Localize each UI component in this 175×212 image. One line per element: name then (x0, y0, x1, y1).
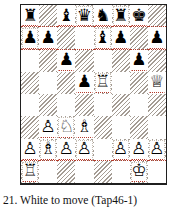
square-c3: ♘ (57, 116, 75, 138)
piece-tile: ♙ (58, 140, 74, 160)
piece-tile: ♙ (113, 140, 129, 160)
square-d4 (75, 94, 93, 116)
piece-tile: ♖ (22, 162, 38, 182)
square-f6 (112, 50, 130, 72)
piece-black-pawn: ♟ (77, 73, 92, 90)
square-h6 (148, 50, 166, 72)
square-a6 (21, 50, 39, 72)
square-e3 (94, 116, 112, 138)
square-c7 (57, 27, 75, 49)
piece-tile: ♟ (76, 73, 92, 93)
square-b4 (39, 94, 57, 116)
square-g5 (130, 72, 148, 94)
square-b7: ♟ (39, 27, 57, 49)
piece-tile: ♗ (40, 140, 56, 160)
piece-white-rook: ♖ (22, 162, 37, 179)
square-g2: ♙ (130, 139, 148, 161)
piece-tile: ♕ (149, 73, 165, 93)
square-g4 (130, 94, 148, 116)
piece-tile: ♗ (76, 117, 92, 137)
square-e2 (94, 139, 112, 161)
piece-black-pawn: ♟ (22, 29, 37, 46)
square-d8: ♛ (75, 5, 93, 27)
square-c2: ♙ (57, 139, 75, 161)
square-b8 (39, 5, 57, 27)
square-f5 (112, 72, 130, 94)
square-a7: ♟ (21, 27, 39, 49)
piece-white-pawn: ♙ (77, 140, 92, 157)
square-h2: ♙ (148, 139, 166, 161)
piece-white-queen: ♕ (149, 73, 164, 90)
piece-tile: ♟ (58, 51, 74, 71)
piece-tile: ♟ (131, 51, 147, 71)
square-h1 (148, 161, 166, 183)
square-f8: ♜ (112, 5, 130, 27)
square-b3: ♙ (39, 116, 57, 138)
square-c5 (57, 72, 75, 94)
piece-tile: ♙ (149, 140, 165, 160)
square-e8: ♞ (94, 5, 112, 27)
piece-black-king: ♚ (131, 7, 146, 24)
square-e6 (94, 50, 112, 72)
piece-tile: ♙ (76, 140, 92, 160)
piece-black-pawn: ♟ (41, 29, 56, 46)
square-f1 (112, 161, 130, 183)
piece-tile: ♟ (149, 28, 165, 48)
piece-tile: ♜ (113, 6, 129, 26)
square-f4 (112, 94, 130, 116)
square-g1: ♔ (130, 161, 148, 183)
square-a2: ♙ (21, 139, 39, 161)
piece-tile: ♜ (22, 6, 38, 26)
piece-tile: ♙ (40, 117, 56, 137)
square-d2: ♙ (75, 139, 93, 161)
piece-tile: ♞ (95, 6, 111, 26)
piece-black-pawn: ♟ (149, 29, 164, 46)
piece-white-pawn: ♙ (41, 118, 56, 135)
square-h3 (148, 116, 166, 138)
piece-white-pawn: ♙ (131, 140, 146, 157)
piece-black-pawn: ♟ (131, 51, 146, 68)
piece-white-pawn: ♙ (113, 140, 128, 157)
piece-black-pawn: ♟ (59, 51, 74, 68)
piece-tile: ♝ (95, 28, 111, 48)
board-caption: 21. White to move (Tap46-1) (3, 194, 173, 206)
square-b2: ♗ (39, 139, 57, 161)
square-h8 (148, 5, 166, 27)
piece-white-knight: ♘ (59, 118, 74, 135)
square-c4 (57, 94, 75, 116)
piece-tile: ♟ (22, 28, 38, 48)
square-c1 (57, 161, 75, 183)
piece-tile: ♙ (22, 140, 38, 160)
square-h7: ♟ (148, 27, 166, 49)
square-b6 (39, 50, 57, 72)
square-g3 (130, 116, 148, 138)
square-e5: ♖ (94, 72, 112, 94)
square-f2: ♙ (112, 139, 130, 161)
square-c6: ♟ (57, 50, 75, 72)
piece-tile: ♟ (40, 28, 56, 48)
square-g6: ♟ (130, 50, 148, 72)
square-a5 (21, 72, 39, 94)
square-h4 (148, 94, 166, 116)
piece-black-rook: ♜ (113, 7, 128, 24)
piece-white-bishop: ♗ (41, 140, 56, 157)
square-e4 (94, 94, 112, 116)
piece-black-pawn: ♟ (113, 29, 128, 46)
piece-white-rook: ♖ (95, 73, 110, 90)
square-c8: ♝ (57, 5, 75, 27)
square-a4 (21, 94, 39, 116)
square-f7: ♟ (112, 27, 130, 49)
square-a3 (21, 116, 39, 138)
piece-white-pawn: ♙ (149, 140, 164, 157)
piece-black-knight: ♞ (95, 7, 110, 24)
piece-white-pawn: ♙ (22, 140, 37, 157)
square-d5: ♟ (75, 72, 93, 94)
square-f3 (112, 116, 130, 138)
piece-tile: ♚ (131, 6, 147, 26)
piece-white-bishop: ♗ (77, 118, 92, 135)
square-h5: ♕ (148, 72, 166, 94)
square-a8: ♜ (21, 5, 39, 27)
piece-white-king: ♔ (131, 162, 146, 179)
piece-tile: ♘ (58, 117, 74, 137)
square-d1 (75, 161, 93, 183)
square-e1 (94, 161, 112, 183)
piece-black-queen: ♛ (77, 7, 92, 24)
piece-tile: ♛ (76, 6, 92, 26)
square-b1 (39, 161, 57, 183)
square-d3: ♗ (75, 116, 93, 138)
piece-tile: ♝ (58, 6, 74, 26)
square-a1: ♖ (21, 161, 39, 183)
chess-diagram-page: ♜♝♛♞♜♚♟♟♝♟♟♟♟♟♖♕♙♘♗♙♗♙♙♙♙♙♖♔ 21. White t… (0, 0, 175, 212)
piece-tile: ♔ (131, 162, 147, 182)
piece-white-pawn: ♙ (59, 140, 74, 157)
piece-tile: ♖ (95, 73, 111, 93)
square-g7 (130, 27, 148, 49)
chess-board: ♜♝♛♞♜♚♟♟♝♟♟♟♟♟♖♕♙♘♗♙♗♙♙♙♙♙♖♔ (20, 4, 167, 185)
square-g8: ♚ (130, 5, 148, 27)
square-b5 (39, 72, 57, 94)
square-d6 (75, 50, 93, 72)
square-d7 (75, 27, 93, 49)
piece-black-bishop: ♝ (59, 7, 74, 24)
piece-tile: ♟ (113, 28, 129, 48)
piece-tile: ♙ (131, 140, 147, 160)
square-e7: ♝ (94, 27, 112, 49)
piece-black-bishop: ♝ (95, 29, 110, 46)
piece-black-rook: ♜ (22, 7, 37, 24)
